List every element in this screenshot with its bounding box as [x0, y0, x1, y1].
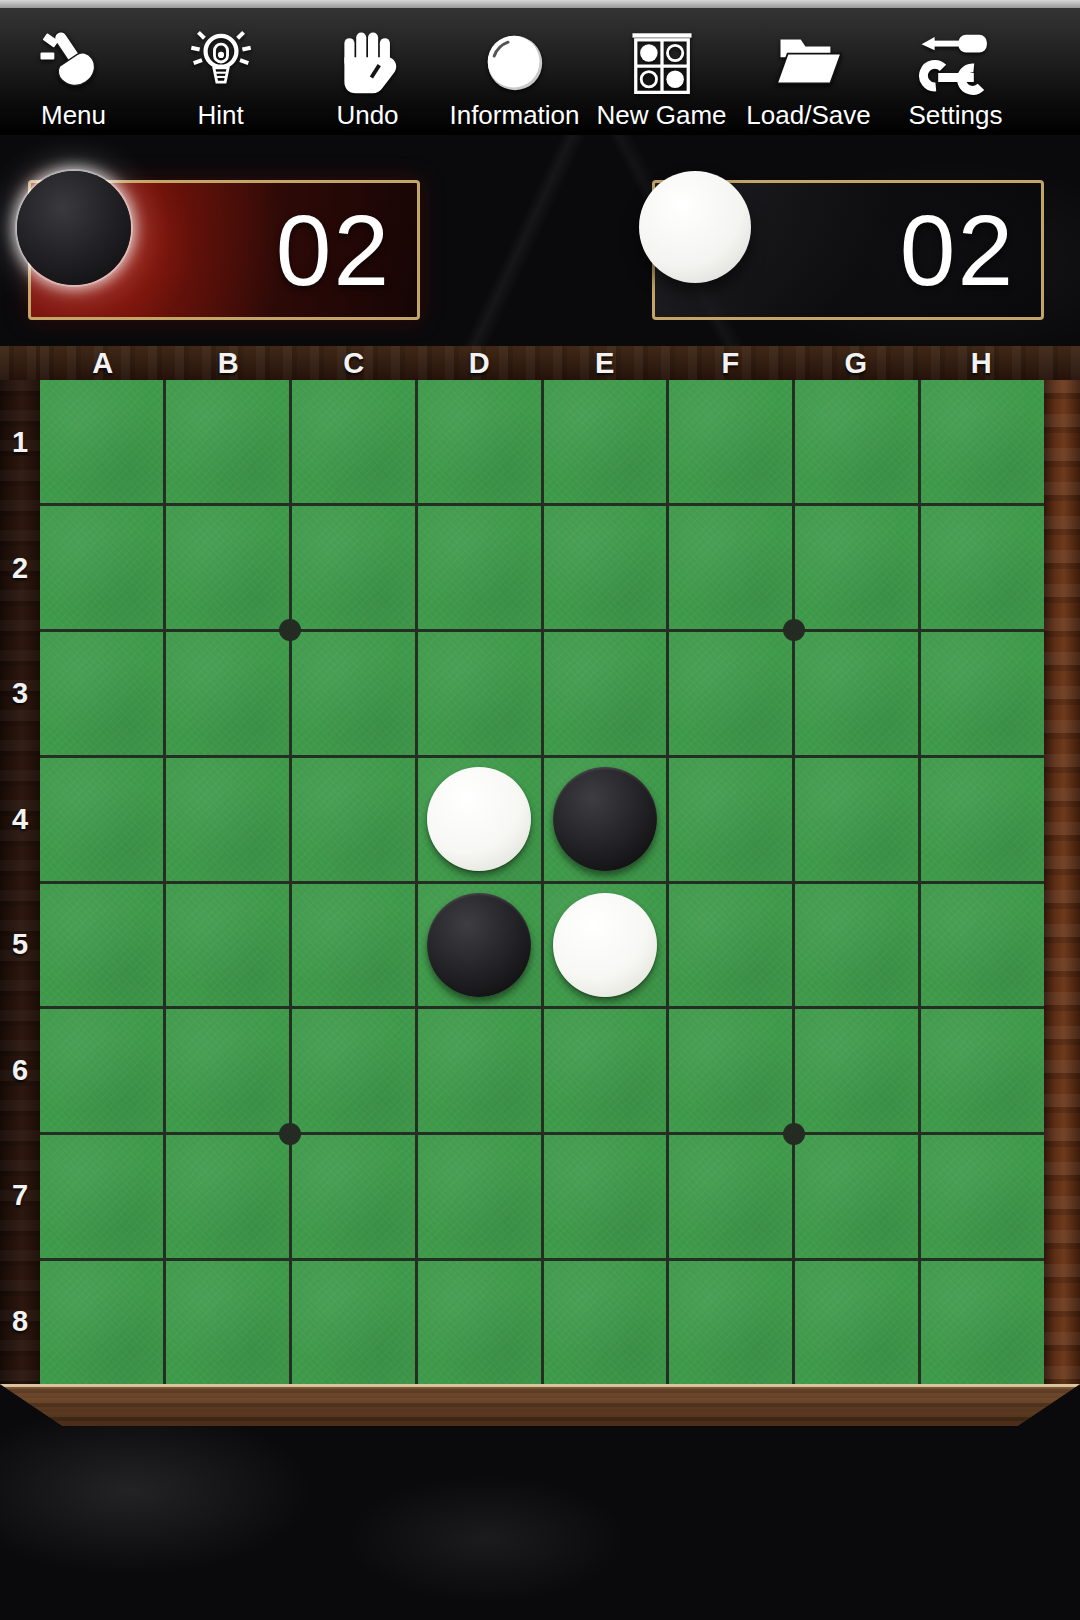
row-label-6: 6	[12, 1054, 28, 1087]
cell-F1[interactable]	[669, 380, 792, 503]
board-frame-right	[1044, 380, 1080, 1384]
cell-G4[interactable]	[795, 758, 918, 881]
column-label-A: A	[92, 347, 113, 380]
toolbar-button-settings[interactable]: Settings	[882, 8, 1029, 135]
status-strip	[0, 0, 1080, 8]
row-label-4: 4	[12, 803, 28, 836]
toolbar-button-hint[interactable]: Hint	[147, 8, 294, 135]
cell-D7[interactable]	[418, 1135, 541, 1258]
cell-C7[interactable]	[292, 1135, 415, 1258]
raised-hand-icon	[332, 18, 404, 100]
row-label-7: 7	[12, 1179, 28, 1212]
disc-icon	[478, 18, 552, 100]
column-labels: ABCDEFGH	[40, 346, 1044, 380]
cell-F2[interactable]	[669, 506, 792, 629]
lightbulb-icon	[183, 18, 259, 100]
cell-F3[interactable]	[669, 632, 792, 755]
star-point	[279, 619, 301, 641]
disc-white	[427, 767, 531, 871]
cell-D8[interactable]	[418, 1261, 541, 1384]
cell-D6[interactable]	[418, 1009, 541, 1132]
cell-C4[interactable]	[292, 758, 415, 881]
star-point	[279, 1123, 301, 1145]
cell-C2[interactable]	[292, 506, 415, 629]
white-turn-disc	[639, 171, 751, 283]
cell-E3[interactable]	[544, 632, 667, 755]
cell-F8[interactable]	[669, 1261, 792, 1384]
cell-E4[interactable]	[544, 758, 667, 881]
toolbar-button-label: Hint	[197, 100, 243, 130]
column-label-B: B	[218, 347, 239, 380]
cell-D3[interactable]	[418, 632, 541, 755]
cell-G7[interactable]	[795, 1135, 918, 1258]
cell-B2[interactable]	[166, 506, 289, 629]
cell-F7[interactable]	[669, 1135, 792, 1258]
cell-B1[interactable]	[166, 380, 289, 503]
cell-D1[interactable]	[418, 380, 541, 503]
toolbar-button-information[interactable]: Information	[441, 8, 588, 135]
board-grid	[40, 380, 1044, 1384]
board: ABCDEFGH 12345678	[0, 346, 1080, 1384]
board-frame-corner-tr	[1044, 346, 1080, 380]
background-marble	[0, 1426, 1080, 1620]
row-label-3: 3	[12, 677, 28, 710]
cell-A5[interactable]	[40, 884, 163, 1007]
cell-F4[interactable]	[669, 758, 792, 881]
cell-H5[interactable]	[921, 884, 1044, 1007]
cell-A8[interactable]	[40, 1261, 163, 1384]
column-label-H: H	[971, 347, 992, 380]
black-score: 02	[276, 200, 391, 300]
toolbar-button-label: Settings	[909, 100, 1003, 130]
cell-E2[interactable]	[544, 506, 667, 629]
cell-G8[interactable]	[795, 1261, 918, 1384]
cell-G5[interactable]	[795, 884, 918, 1007]
toolbar-button-menu[interactable]: Menu	[0, 8, 147, 135]
toolbar-button-label: Load/Save	[746, 100, 870, 130]
reversi-app: MenuHintUndoInformationNew GameLoad/Save…	[0, 0, 1080, 1620]
column-label-C: C	[343, 347, 364, 380]
cell-E7[interactable]	[544, 1135, 667, 1258]
column-label-G: G	[844, 347, 867, 380]
board-frame-bottom	[0, 1384, 1080, 1426]
cell-D2[interactable]	[418, 506, 541, 629]
tap-hand-icon	[37, 18, 111, 100]
cell-B6[interactable]	[166, 1009, 289, 1132]
cell-B3[interactable]	[166, 632, 289, 755]
cell-C1[interactable]	[292, 380, 415, 503]
black-score-panel: 02	[28, 180, 420, 320]
row-label-2: 2	[12, 552, 28, 585]
cell-H8[interactable]	[921, 1261, 1044, 1384]
row-label-5: 5	[12, 928, 28, 961]
board-front-rail	[0, 1384, 1080, 1426]
cell-B8[interactable]	[166, 1261, 289, 1384]
cell-C3[interactable]	[292, 632, 415, 755]
open-folder-icon	[771, 18, 847, 100]
cell-B7[interactable]	[166, 1135, 289, 1258]
board-frame-corner-tl	[0, 346, 40, 380]
toolbar-button-label: Undo	[336, 100, 398, 130]
star-point	[783, 1123, 805, 1145]
white-score-panel: 02	[652, 180, 1044, 320]
scoreboard: 02 02	[0, 135, 1080, 346]
cell-G1[interactable]	[795, 380, 918, 503]
cell-E1[interactable]	[544, 380, 667, 503]
column-label-E: E	[595, 347, 614, 380]
disc-white	[553, 893, 657, 997]
toolbar-button-label: Menu	[41, 100, 106, 130]
cell-A1[interactable]	[40, 380, 163, 503]
cell-A4[interactable]	[40, 758, 163, 881]
cell-D4[interactable]	[418, 758, 541, 881]
cell-A2[interactable]	[40, 506, 163, 629]
cell-H3[interactable]	[921, 632, 1044, 755]
toolbar-button-undo[interactable]: Undo	[294, 8, 441, 135]
star-point	[783, 619, 805, 641]
cell-H6[interactable]	[921, 1009, 1044, 1132]
toolbar-button-label: New Game	[596, 100, 726, 130]
cell-H4[interactable]	[921, 758, 1044, 881]
row-label-1: 1	[12, 426, 28, 459]
cell-G2[interactable]	[795, 506, 918, 629]
cell-A3[interactable]	[40, 632, 163, 755]
cell-E5[interactable]	[544, 884, 667, 1007]
cell-B4[interactable]	[166, 758, 289, 881]
cell-F5[interactable]	[669, 884, 792, 1007]
cell-G6[interactable]	[795, 1009, 918, 1132]
row-labels: 12345678	[0, 380, 40, 1384]
cell-C6[interactable]	[292, 1009, 415, 1132]
cell-C5[interactable]	[292, 884, 415, 1007]
cell-F6[interactable]	[669, 1009, 792, 1132]
column-label-D: D	[469, 347, 490, 380]
cell-C8[interactable]	[292, 1261, 415, 1384]
cell-H7[interactable]	[921, 1135, 1044, 1258]
column-label-F: F	[721, 347, 739, 380]
cell-A6[interactable]	[40, 1009, 163, 1132]
othello-board-icon	[627, 18, 697, 100]
disc-black	[553, 767, 657, 871]
tools-icon	[918, 18, 994, 100]
cell-G3[interactable]	[795, 632, 918, 755]
cell-D5[interactable]	[418, 884, 541, 1007]
toolbar-button-label: Information	[449, 100, 579, 130]
cell-E8[interactable]	[544, 1261, 667, 1384]
cell-B5[interactable]	[166, 884, 289, 1007]
toolbar: MenuHintUndoInformationNew GameLoad/Save…	[0, 8, 1080, 135]
disc-black	[427, 893, 531, 997]
white-score: 02	[900, 200, 1015, 300]
cell-E6[interactable]	[544, 1009, 667, 1132]
cell-H2[interactable]	[921, 506, 1044, 629]
cell-A7[interactable]	[40, 1135, 163, 1258]
toolbar-button-load-save[interactable]: Load/Save	[735, 8, 882, 135]
black-turn-disc	[17, 171, 131, 285]
toolbar-button-new-game[interactable]: New Game	[588, 8, 735, 135]
cell-H1[interactable]	[921, 380, 1044, 503]
row-label-8: 8	[12, 1305, 28, 1338]
